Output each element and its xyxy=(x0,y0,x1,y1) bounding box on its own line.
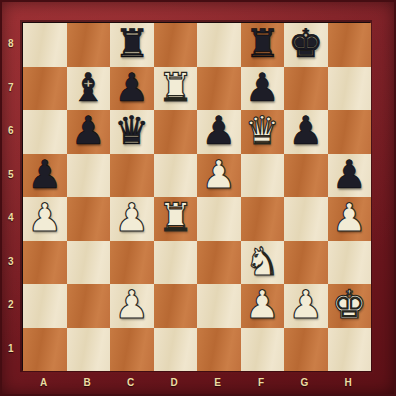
file-label-e: E xyxy=(196,370,240,394)
file-label-a: A xyxy=(22,370,66,394)
square-c6[interactable]: ♛ xyxy=(110,110,154,154)
file-labels: ABCDEFGH xyxy=(22,370,370,394)
square-a4[interactable]: ♟ xyxy=(23,197,67,241)
square-g8[interactable]: ♚ xyxy=(284,23,328,67)
square-a5[interactable]: ♟ xyxy=(23,154,67,198)
square-e6[interactable]: ♟ xyxy=(197,110,241,154)
square-e3[interactable] xyxy=(197,241,241,285)
file-label-b: B xyxy=(66,370,110,394)
square-b1[interactable] xyxy=(67,328,111,372)
square-h1[interactable] xyxy=(328,328,372,372)
square-c1[interactable] xyxy=(110,328,154,372)
square-d3[interactable] xyxy=(154,241,198,285)
square-f3[interactable]: ♞ xyxy=(241,241,285,285)
square-h8[interactable] xyxy=(328,23,372,67)
square-h6[interactable] xyxy=(328,110,372,154)
file-label-d: D xyxy=(153,370,197,394)
square-g4[interactable] xyxy=(284,197,328,241)
square-c2[interactable]: ♟ xyxy=(110,284,154,328)
square-c7[interactable]: ♟ xyxy=(110,67,154,111)
file-label-c: C xyxy=(109,370,153,394)
square-f5[interactable] xyxy=(241,154,285,198)
rank-labels: 87654321 xyxy=(0,22,22,370)
board-frame: 87654321 ABCDEFGH ♜♜♚♝♟♜♟♟♛♟♛♟♟♟♟♟♟♜♟♞♟♟… xyxy=(0,0,396,396)
white-pawn-c2[interactable]: ♟ xyxy=(114,283,149,327)
file-label-h: H xyxy=(327,370,371,394)
black-bishop-b7[interactable]: ♝ xyxy=(71,66,106,110)
rank-label-2: 2 xyxy=(0,283,22,327)
square-g5[interactable] xyxy=(284,154,328,198)
square-a2[interactable] xyxy=(23,284,67,328)
square-b8[interactable] xyxy=(67,23,111,67)
square-d6[interactable] xyxy=(154,110,198,154)
black-pawn-c7[interactable]: ♟ xyxy=(114,66,149,110)
black-pawn-b6[interactable]: ♟ xyxy=(71,109,106,153)
square-g6[interactable]: ♟ xyxy=(284,110,328,154)
black-queen-c6[interactable]: ♛ xyxy=(114,109,149,153)
square-d7[interactable]: ♜ xyxy=(154,67,198,111)
white-rook-d4[interactable]: ♜ xyxy=(158,196,193,240)
square-f7[interactable]: ♟ xyxy=(241,67,285,111)
white-pawn-a4[interactable]: ♟ xyxy=(27,196,62,240)
square-d1[interactable] xyxy=(154,328,198,372)
white-knight-f3[interactable]: ♞ xyxy=(245,240,280,284)
rank-label-4: 4 xyxy=(0,196,22,240)
square-a1[interactable] xyxy=(23,328,67,372)
file-label-g: G xyxy=(283,370,327,394)
square-f8[interactable]: ♜ xyxy=(241,23,285,67)
rank-label-8: 8 xyxy=(0,22,22,66)
square-f1[interactable] xyxy=(241,328,285,372)
white-queen-f6[interactable]: ♛ xyxy=(245,109,280,153)
black-rook-f8[interactable]: ♜ xyxy=(245,22,280,66)
square-b3[interactable] xyxy=(67,241,111,285)
square-b6[interactable]: ♟ xyxy=(67,110,111,154)
white-rook-d7[interactable]: ♜ xyxy=(158,66,193,110)
square-g7[interactable] xyxy=(284,67,328,111)
square-a3[interactable] xyxy=(23,241,67,285)
square-d4[interactable]: ♜ xyxy=(154,197,198,241)
square-e1[interactable] xyxy=(197,328,241,372)
square-e8[interactable] xyxy=(197,23,241,67)
square-c3[interactable] xyxy=(110,241,154,285)
white-pawn-e5[interactable]: ♟ xyxy=(201,153,236,197)
square-d8[interactable] xyxy=(154,23,198,67)
file-label-f: F xyxy=(240,370,284,394)
square-b2[interactable] xyxy=(67,284,111,328)
rank-label-6: 6 xyxy=(0,109,22,153)
black-king-g8[interactable]: ♚ xyxy=(288,22,323,66)
square-b4[interactable] xyxy=(67,197,111,241)
square-b7[interactable]: ♝ xyxy=(67,67,111,111)
square-b5[interactable] xyxy=(67,154,111,198)
square-e5[interactable]: ♟ xyxy=(197,154,241,198)
black-pawn-f7[interactable]: ♟ xyxy=(245,66,280,110)
square-h3[interactable] xyxy=(328,241,372,285)
white-pawn-g2[interactable]: ♟ xyxy=(288,283,323,327)
square-c8[interactable]: ♜ xyxy=(110,23,154,67)
square-e7[interactable] xyxy=(197,67,241,111)
square-f2[interactable]: ♟ xyxy=(241,284,285,328)
square-a8[interactable] xyxy=(23,23,67,67)
square-g2[interactable]: ♟ xyxy=(284,284,328,328)
white-pawn-c4[interactable]: ♟ xyxy=(114,196,149,240)
black-rook-c8[interactable]: ♜ xyxy=(114,22,149,66)
square-a6[interactable] xyxy=(23,110,67,154)
square-e4[interactable] xyxy=(197,197,241,241)
square-h2[interactable]: ♚ xyxy=(328,284,372,328)
square-g3[interactable] xyxy=(284,241,328,285)
white-pawn-f2[interactable]: ♟ xyxy=(245,283,280,327)
black-pawn-a5[interactable]: ♟ xyxy=(27,153,62,197)
square-d5[interactable] xyxy=(154,154,198,198)
square-f6[interactable]: ♛ xyxy=(241,110,285,154)
square-e2[interactable] xyxy=(197,284,241,328)
black-pawn-g6[interactable]: ♟ xyxy=(288,109,323,153)
square-h4[interactable]: ♟ xyxy=(328,197,372,241)
rank-label-7: 7 xyxy=(0,66,22,110)
rank-label-5: 5 xyxy=(0,153,22,197)
chess-board: ♜♜♚♝♟♜♟♟♛♟♛♟♟♟♟♟♟♜♟♞♟♟♟♚ xyxy=(22,22,370,370)
square-d2[interactable] xyxy=(154,284,198,328)
square-c4[interactable]: ♟ xyxy=(110,197,154,241)
rank-label-3: 3 xyxy=(0,240,22,284)
square-f4[interactable] xyxy=(241,197,285,241)
square-a7[interactable] xyxy=(23,67,67,111)
white-king-h2[interactable]: ♚ xyxy=(332,283,367,327)
black-pawn-h5[interactable]: ♟ xyxy=(332,153,367,197)
square-h5[interactable]: ♟ xyxy=(328,154,372,198)
square-g1[interactable] xyxy=(284,328,328,372)
square-c5[interactable] xyxy=(110,154,154,198)
white-pawn-h4[interactable]: ♟ xyxy=(332,196,367,240)
rank-label-1: 1 xyxy=(0,327,22,371)
square-h7[interactable] xyxy=(328,67,372,111)
black-pawn-e6[interactable]: ♟ xyxy=(201,109,236,153)
